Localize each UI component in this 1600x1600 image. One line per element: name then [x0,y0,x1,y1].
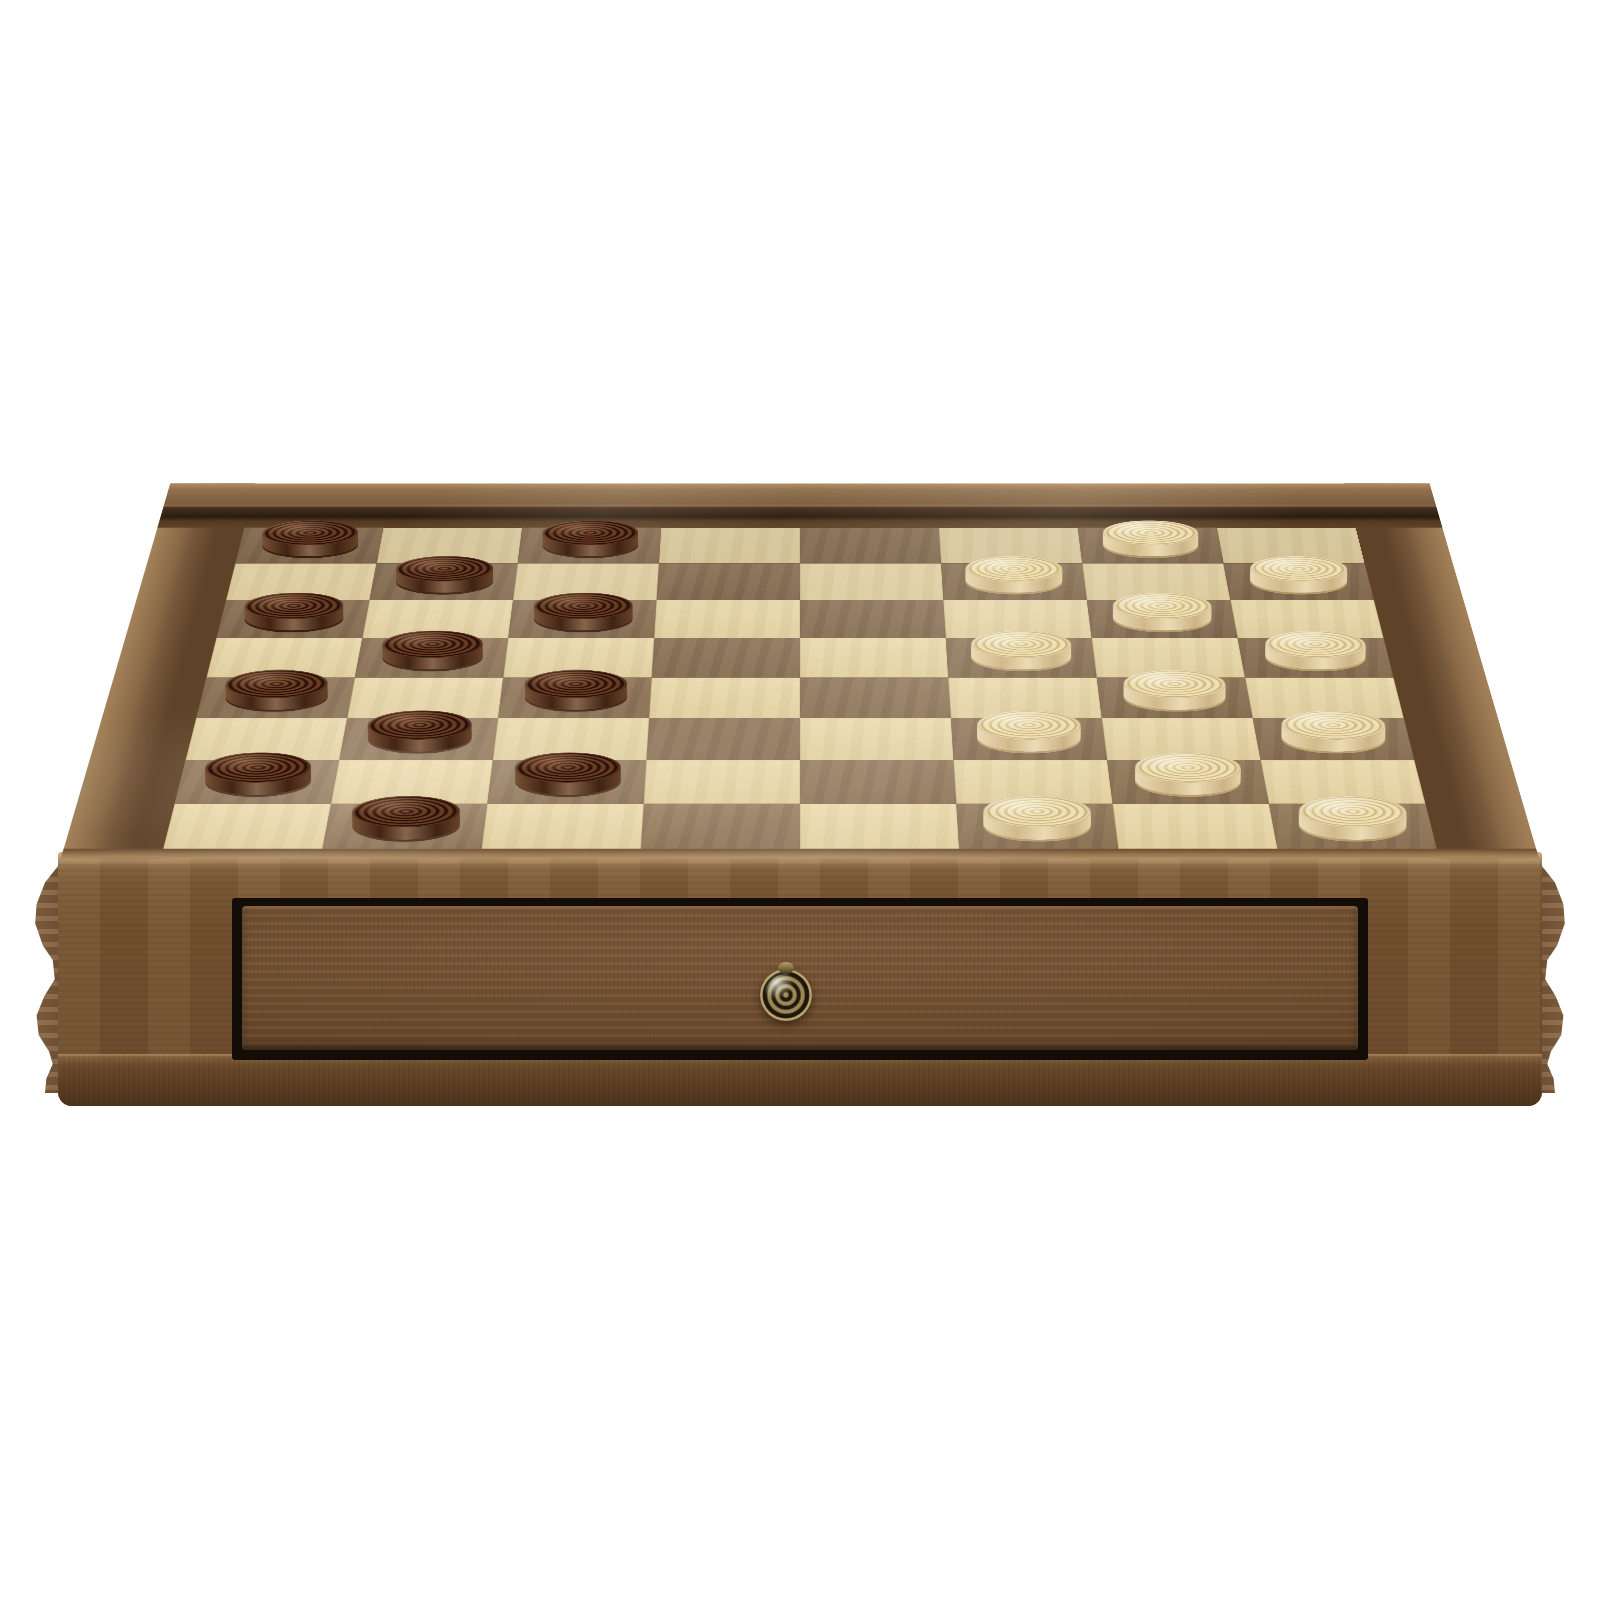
square-r6-c8[interactable] [1253,718,1415,760]
square-r8-c2[interactable] [322,804,487,849]
square-r4-c8[interactable] [1238,638,1394,677]
product-photo-stage [0,0,1600,1600]
square-r3-c4[interactable] [654,600,800,638]
square-r7-c1[interactable] [175,760,340,804]
checker-light[interactable] [982,810,1092,842]
square-r5-c1[interactable] [196,677,355,718]
square-r5-c4[interactable] [649,677,800,718]
square-r7-c3[interactable] [487,760,646,804]
square-r1-c4[interactable] [659,528,800,564]
piece-top-face [970,631,1073,658]
checker-dark[interactable] [241,606,345,633]
square-r7-c4[interactable] [644,760,800,804]
square-r1-c3[interactable] [518,528,661,564]
square-r3-c5[interactable] [800,600,946,638]
drawer-knob[interactable] [760,969,812,1021]
checker-light[interactable] [1101,533,1200,558]
piece-top-face [976,710,1082,739]
checker-dark[interactable] [222,683,330,711]
square-r8-c6[interactable] [956,804,1118,849]
checker-dark[interactable] [513,767,621,797]
square-r3-c7[interactable] [1087,600,1238,638]
square-r4-c2[interactable] [355,638,508,677]
square-r2-c8[interactable] [1223,563,1373,600]
square-r6-c4[interactable] [646,718,800,760]
square-r2-c2[interactable] [370,563,518,600]
checker-light[interactable] [1121,683,1227,711]
square-r8-c7[interactable] [1113,804,1278,849]
piece-top-face [964,556,1063,582]
board-rim-back [157,484,1442,528]
square-r2-c4[interactable] [657,563,800,600]
board-rim-front [61,849,1539,859]
square-r6-c6[interactable] [951,718,1107,760]
board-top [61,484,1539,859]
square-r6-c2[interactable] [339,718,498,760]
square-r1-c1[interactable] [235,528,383,564]
square-r1-c7[interactable] [1078,528,1224,564]
square-r8-c3[interactable] [482,804,644,849]
checker-light[interactable] [1133,767,1243,797]
square-r2-c5[interactable] [800,563,943,600]
piece-top-face [982,796,1092,827]
checker-light[interactable] [970,644,1073,671]
square-r7-c5[interactable] [800,760,956,804]
box-base-molding [58,1054,1542,1106]
square-r6-c5[interactable] [800,718,954,760]
checker-light[interactable] [1247,569,1349,595]
checker-dark[interactable] [541,533,639,558]
drawer-opening [232,898,1368,1060]
square-r5-c7[interactable] [1097,677,1253,718]
board-scene [61,484,1539,859]
square-r1-c5[interactable] [800,528,941,564]
checker-dark[interactable] [394,569,495,595]
checker-dark[interactable] [259,533,360,558]
square-r2-c6[interactable] [941,563,1087,600]
checker-dark[interactable] [380,644,484,671]
checker-light[interactable] [976,724,1082,753]
checker-light[interactable] [1295,810,1409,842]
square-r8-c4[interactable] [641,804,800,849]
square-r7-c7[interactable] [1107,760,1269,804]
square-r5-c5[interactable] [800,677,951,718]
checker-light[interactable] [1278,724,1388,753]
checker-dark[interactable] [532,606,633,633]
square-r8-c5[interactable] [800,804,959,849]
drawer[interactable] [242,906,1358,1050]
square-r8-c1[interactable] [163,804,331,849]
square-r5-c3[interactable] [498,677,651,718]
checker-light[interactable] [1111,606,1214,633]
checker-light[interactable] [964,569,1063,595]
square-r8-c8[interactable] [1269,804,1437,849]
square-r3-c3[interactable] [508,600,656,638]
checker-light[interactable] [1262,644,1368,671]
checker-dark[interactable] [365,724,473,753]
square-r3-c1[interactable] [217,600,370,638]
checker-dark[interactable] [523,683,627,711]
checker-dark[interactable] [201,767,313,797]
checker-dark[interactable] [349,810,461,842]
square-r4-c6[interactable] [946,638,1097,677]
checkers-board [163,528,1436,849]
